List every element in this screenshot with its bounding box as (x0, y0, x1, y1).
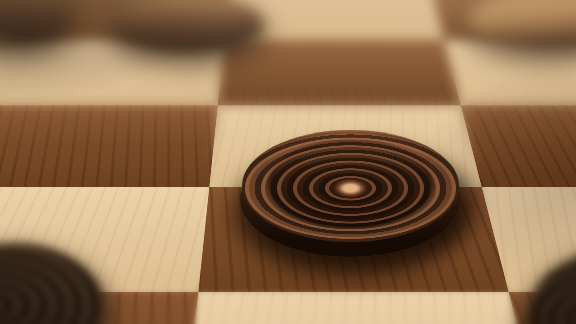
checkers-photo-scene: ⛂⛂⛀⛂⛂⛂ (0, 0, 576, 324)
board-square[interactable] (184, 292, 544, 324)
board-square[interactable] (218, 40, 461, 106)
board-square[interactable] (0, 105, 218, 187)
board-square[interactable] (461, 105, 576, 187)
checker-piece-focal[interactable]: ⛂ (240, 130, 461, 257)
